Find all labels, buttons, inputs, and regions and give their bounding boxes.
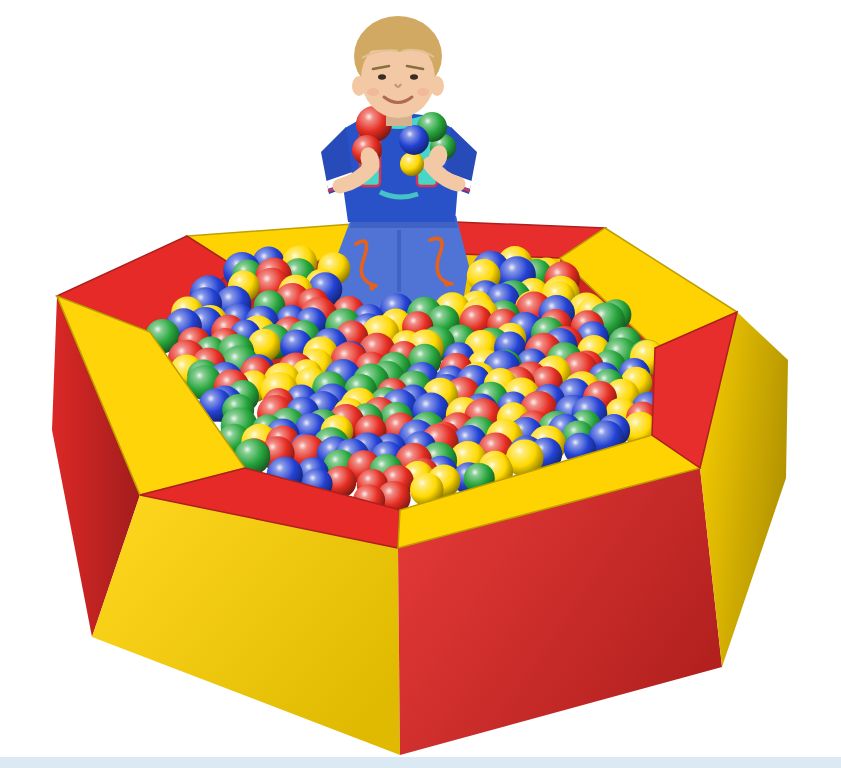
child-cheek-left [367, 88, 379, 96]
child-jeans-print-dot [444, 281, 449, 286]
child-eye-left [378, 74, 386, 80]
child-eye-right [410, 74, 418, 80]
child-jeans-print-dot [369, 285, 374, 290]
floor-strip [0, 757, 841, 768]
held-ball-yellow [400, 152, 424, 176]
child-cheek-right [417, 88, 429, 96]
scene-svg [0, 0, 841, 768]
ball-pit-scene [0, 0, 841, 768]
held-ball-blue [399, 125, 429, 155]
